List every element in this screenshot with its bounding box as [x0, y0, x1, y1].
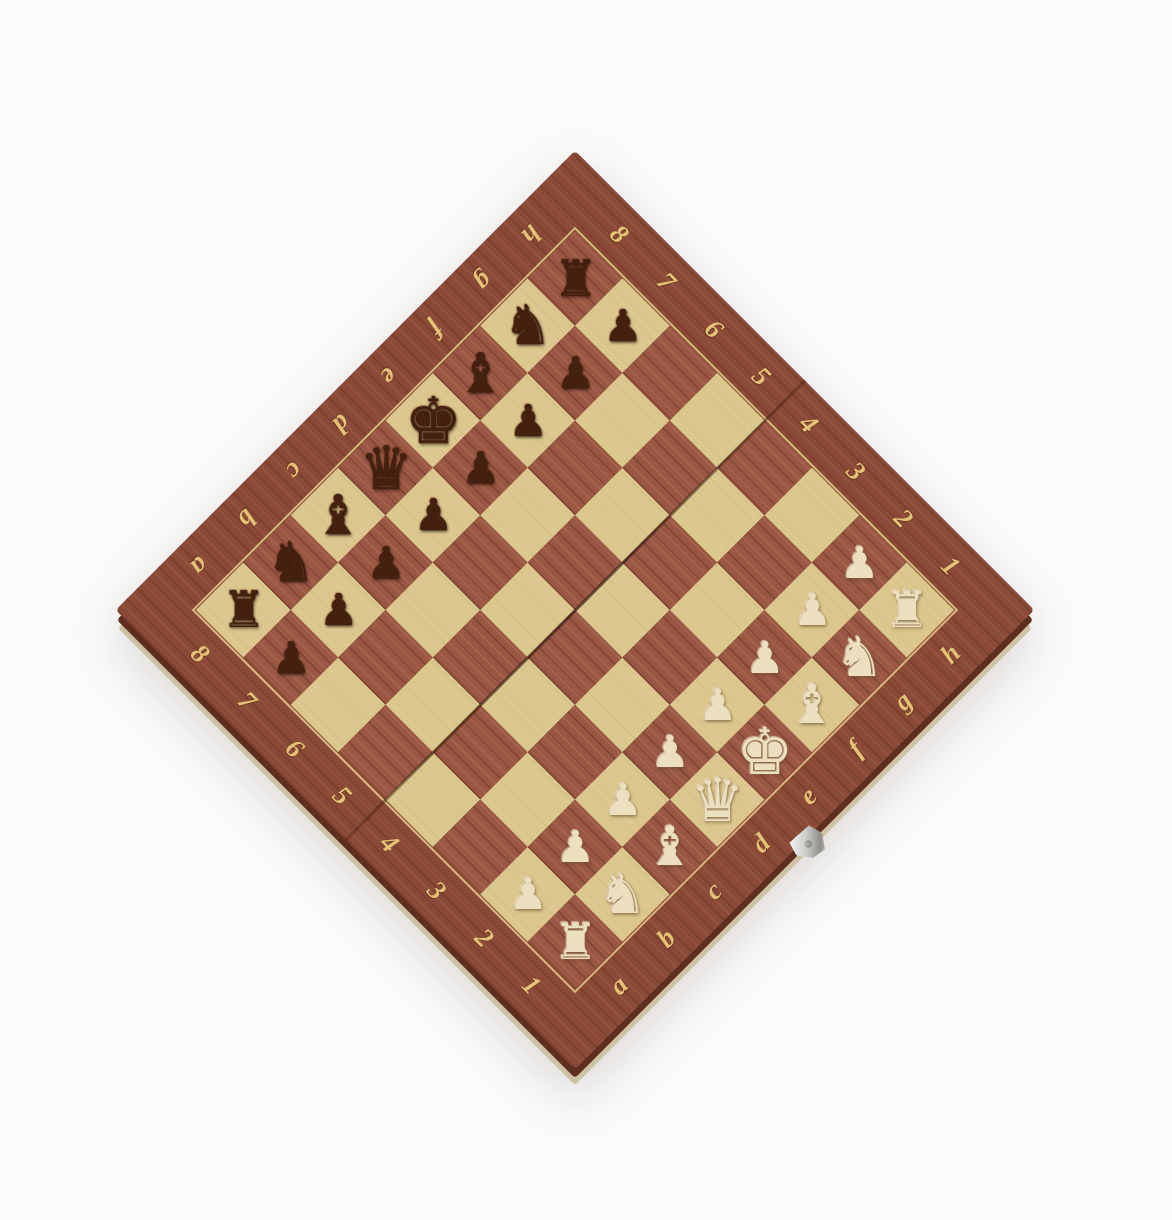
file-label: g [469, 268, 498, 297]
white-pawn-g2[interactable]: ♟ [792, 588, 831, 632]
white-king-e1[interactable]: ♚ [736, 720, 793, 784]
white-rook-h1[interactable]: ♜ [884, 585, 929, 635]
white-pawn-a2[interactable]: ♟ [508, 872, 547, 916]
rank-label: 3 [422, 876, 451, 905]
rank-label: 7 [652, 268, 681, 297]
black-pawn-a7[interactable]: ♟ [271, 635, 310, 679]
rank-label: 2 [469, 924, 498, 953]
black-bishop-c8[interactable]: ♝ [313, 488, 362, 543]
rank-label: 2 [889, 504, 918, 533]
white-pawn-b2[interactable]: ♟ [555, 825, 594, 869]
black-pawn-h7[interactable]: ♟ [603, 304, 642, 348]
white-knight-b1[interactable]: ♞ [598, 867, 647, 922]
clasp-rivet [803, 839, 813, 849]
rank-label: 4 [794, 410, 823, 439]
rank-label: 7 [233, 687, 262, 716]
black-rook-a8[interactable]: ♜ [221, 585, 266, 635]
file-label: f [843, 736, 868, 761]
file-label: c [280, 458, 308, 486]
file-label: d [327, 410, 356, 439]
rank-label: 5 [327, 782, 356, 811]
white-knight-g1[interactable]: ♞ [835, 630, 884, 685]
rank-label: 3 [841, 457, 870, 486]
photo-canvas: { "game": "chess", "scene": "overhead ph… [0, 0, 1172, 1220]
white-pawn-h2[interactable]: ♟ [840, 541, 879, 585]
black-king-e8[interactable]: ♚ [404, 388, 461, 452]
white-bishop-c1[interactable]: ♝ [645, 819, 694, 874]
black-pawn-f7[interactable]: ♟ [508, 399, 547, 443]
file-label: h [516, 220, 546, 250]
board-anchor: abcdefgh8♜♞♝♛♚♝♞♜87♟♟♟♟♟♟♟♟7665544332♟♟♟… [250, 285, 900, 935]
file-label: h [936, 639, 966, 669]
file-label: e [375, 363, 403, 391]
rank-label: 1 [936, 552, 965, 581]
white-rook-a1[interactable]: ♜ [553, 917, 598, 967]
file-label: a [605, 971, 634, 1000]
rank-label: 8 [605, 220, 634, 249]
file-label: f [424, 317, 449, 342]
rank-label: 5 [747, 362, 776, 391]
file-label: d [747, 829, 776, 858]
file-label: b [233, 504, 262, 533]
rank-label: 1 [517, 971, 546, 1000]
rank-label: 8 [185, 640, 214, 669]
black-pawn-g7[interactable]: ♟ [555, 351, 594, 395]
file-label: b [652, 924, 681, 953]
white-pawn-d2[interactable]: ♟ [650, 730, 689, 774]
rank-label: 4 [375, 829, 404, 858]
white-pawn-c2[interactable]: ♟ [603, 778, 642, 822]
file-label: a [185, 552, 214, 581]
black-pawn-d7[interactable]: ♟ [413, 493, 452, 537]
black-rook-h8[interactable]: ♜ [553, 253, 598, 303]
white-pawn-f2[interactable]: ♟ [745, 635, 784, 679]
file-label: e [795, 782, 823, 810]
black-knight-b8[interactable]: ♞ [266, 535, 315, 590]
black-knight-g8[interactable]: ♞ [503, 298, 552, 353]
white-bishop-f1[interactable]: ♝ [787, 677, 836, 732]
black-pawn-c7[interactable]: ♟ [366, 541, 405, 585]
file-label: g [889, 687, 918, 716]
white-pawn-e2[interactable]: ♟ [697, 683, 736, 727]
chess-board: abcdefgh8♜♞♝♛♚♝♞♜87♟♟♟♟♟♟♟♟7665544332♟♟♟… [115, 150, 1034, 1069]
file-label: c [700, 877, 728, 905]
rank-label: 6 [280, 734, 309, 763]
black-pawn-e7[interactable]: ♟ [461, 446, 500, 490]
rank-label: 6 [699, 315, 728, 344]
black-bishop-f8[interactable]: ♝ [456, 346, 505, 401]
black-pawn-b7[interactable]: ♟ [318, 588, 357, 632]
